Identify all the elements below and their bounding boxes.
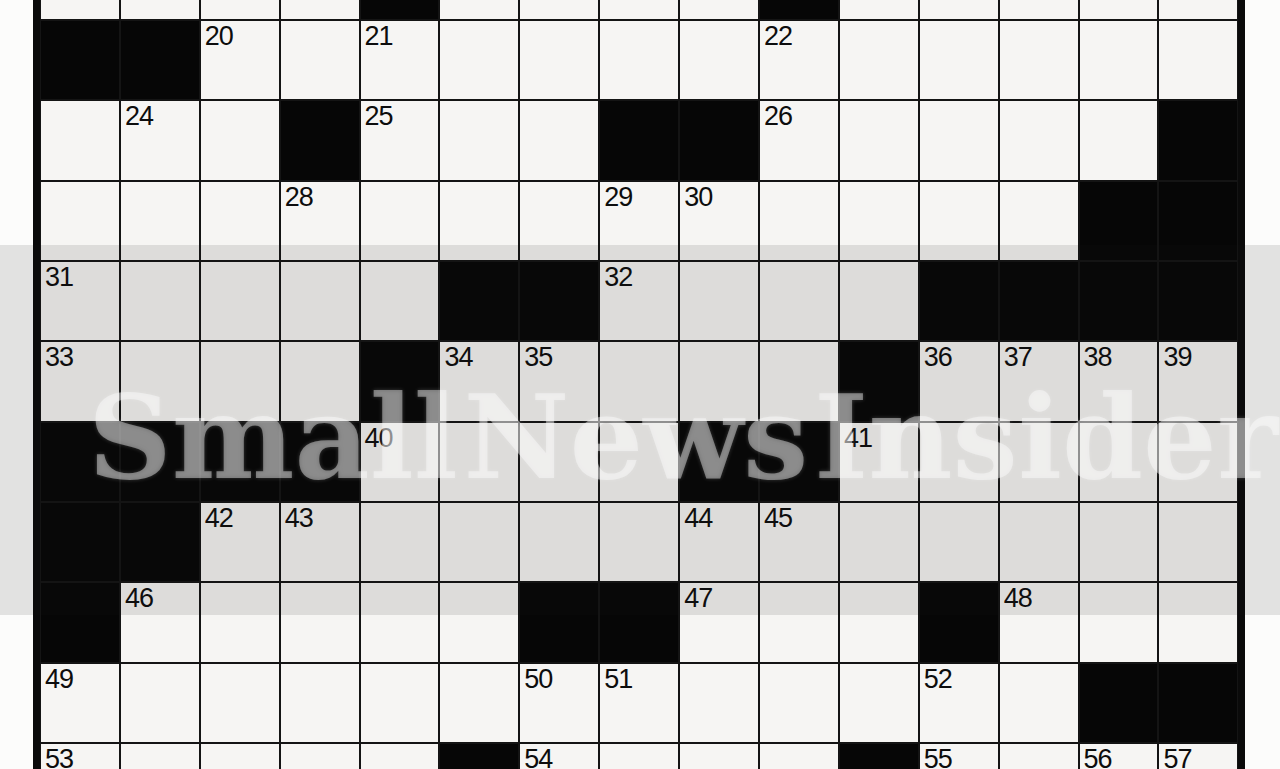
cell-r4c1[interactable] <box>120 261 200 341</box>
clue-number-45: 45 <box>764 504 792 532</box>
cell-r6c14[interactable] <box>1158 422 1238 502</box>
clue-number-54: 54 <box>524 745 552 769</box>
cell-r1c5[interactable] <box>439 20 519 100</box>
clue-number-21: 21 <box>365 22 393 50</box>
cell-r1c11[interactable] <box>919 20 999 100</box>
cell-r3c11[interactable] <box>919 181 999 261</box>
clue-number-53: 53 <box>45 745 73 769</box>
cell-r7c0-block <box>40 502 120 582</box>
cell-r1c14[interactable] <box>1158 20 1238 100</box>
cell-r10c8[interactable] <box>679 743 759 769</box>
clue-number-52: 52 <box>924 665 952 693</box>
cell-r10c1[interactable] <box>120 743 200 769</box>
cell-r0c3[interactable] <box>280 0 360 20</box>
cell-r7c3[interactable]: 43 <box>280 502 360 582</box>
cell-r9c11[interactable]: 52 <box>919 663 999 743</box>
cell-r8c4[interactable] <box>360 582 440 662</box>
clue-number-32: 32 <box>604 263 632 291</box>
clue-number-30: 30 <box>684 183 712 211</box>
clue-number-29: 29 <box>604 183 632 211</box>
cell-r9c5[interactable] <box>439 663 519 743</box>
cell-r2c14-block <box>1158 100 1238 180</box>
cell-r2c11[interactable] <box>919 100 999 180</box>
cell-r1c6[interactable] <box>519 20 599 100</box>
cell-r0c7[interactable] <box>599 0 679 20</box>
clue-number-34: 34 <box>444 343 472 371</box>
cell-r1c10[interactable] <box>839 20 919 100</box>
cell-r4c11-block <box>919 261 999 341</box>
cell-r4c9[interactable] <box>759 261 839 341</box>
cell-r10c10-block <box>839 743 919 769</box>
cell-r1c7[interactable] <box>599 20 679 100</box>
clue-number-39: 39 <box>1163 343 1191 371</box>
cell-r6c8-block <box>679 422 759 502</box>
clue-number-31: 31 <box>45 263 73 291</box>
cell-r3c9[interactable] <box>759 181 839 261</box>
cell-r4c10[interactable] <box>839 261 919 341</box>
cell-r6c1-block <box>120 422 200 502</box>
cell-r6c3-block <box>280 422 360 502</box>
clue-number-24: 24 <box>125 102 153 130</box>
cell-r0c0[interactable] <box>40 0 120 20</box>
cell-r10c6[interactable]: 54 <box>519 743 599 769</box>
cell-r0c2[interactable] <box>200 0 280 20</box>
clue-number-56: 56 <box>1084 745 1112 769</box>
cell-r5c9[interactable] <box>759 341 839 421</box>
clue-number-49: 49 <box>45 665 73 693</box>
cell-r7c8[interactable]: 44 <box>679 502 759 582</box>
cell-r3c4[interactable] <box>360 181 440 261</box>
clue-number-28: 28 <box>285 183 313 211</box>
cell-r6c13[interactable] <box>1079 422 1159 502</box>
cell-r4c3[interactable] <box>280 261 360 341</box>
cell-r7c7[interactable] <box>599 502 679 582</box>
cell-r3c13-block <box>1079 181 1159 261</box>
cell-r3c1[interactable] <box>120 181 200 261</box>
cell-r10c13[interactable]: 56 <box>1079 743 1159 769</box>
cell-r9c9[interactable] <box>759 663 839 743</box>
cell-r3c14-block <box>1158 181 1238 261</box>
cell-r7c4[interactable] <box>360 502 440 582</box>
cell-r2c10[interactable] <box>839 100 919 180</box>
cell-r8c3[interactable] <box>280 582 360 662</box>
cell-r10c9[interactable] <box>759 743 839 769</box>
clue-number-26: 26 <box>764 102 792 130</box>
cell-r3c12[interactable] <box>999 181 1079 261</box>
cell-r8c9[interactable] <box>759 582 839 662</box>
cell-r9c0[interactable]: 49 <box>40 663 120 743</box>
cell-r7c1-block <box>120 502 200 582</box>
cell-r1c12[interactable] <box>999 20 1079 100</box>
clue-number-35: 35 <box>524 343 552 371</box>
cell-r1c4[interactable]: 21 <box>360 20 440 100</box>
cell-r8c2[interactable] <box>200 582 280 662</box>
cell-r10c0[interactable]: 53 <box>40 743 120 769</box>
cell-r2c7-block <box>599 100 679 180</box>
clue-number-37: 37 <box>1004 343 1032 371</box>
cell-r10c12[interactable] <box>999 743 1079 769</box>
cell-r10c7[interactable] <box>599 743 679 769</box>
cell-r2c2[interactable] <box>200 100 280 180</box>
cell-r6c5[interactable] <box>439 422 519 502</box>
cell-r9c12[interactable] <box>999 663 1079 743</box>
clue-number-46: 46 <box>125 584 153 612</box>
cell-r8c5[interactable] <box>439 582 519 662</box>
cell-r7c13[interactable] <box>1079 502 1159 582</box>
cell-r0c11[interactable] <box>919 0 999 20</box>
cell-r6c0-block <box>40 422 120 502</box>
clue-number-38: 38 <box>1084 343 1112 371</box>
cell-r5c10-block <box>839 341 919 421</box>
cell-r2c4[interactable]: 25 <box>360 100 440 180</box>
cell-r0c13[interactable] <box>1079 0 1159 20</box>
cell-r7c11[interactable] <box>919 502 999 582</box>
cell-r10c11[interactable]: 55 <box>919 743 999 769</box>
cell-r2c9[interactable]: 26 <box>759 100 839 180</box>
clue-number-22: 22 <box>764 22 792 50</box>
clue-number-57: 57 <box>1163 745 1191 769</box>
cell-r10c14[interactable]: 57 <box>1158 743 1238 769</box>
cell-r3c5[interactable] <box>439 181 519 261</box>
cell-r4c6-block <box>519 261 599 341</box>
cell-r7c10[interactable] <box>839 502 919 582</box>
cell-r10c5-block <box>439 743 519 769</box>
clue-number-50: 50 <box>524 665 552 693</box>
cell-r3c10[interactable] <box>839 181 919 261</box>
cell-r1c2[interactable]: 20 <box>200 20 280 100</box>
cell-r7c9[interactable]: 45 <box>759 502 839 582</box>
cell-r0c8[interactable] <box>679 0 759 20</box>
cell-r9c1[interactable] <box>120 663 200 743</box>
cell-r9c8[interactable] <box>679 663 759 743</box>
cell-r4c4[interactable] <box>360 261 440 341</box>
cell-r5c5[interactable]: 34 <box>439 341 519 421</box>
cell-r9c7[interactable]: 51 <box>599 663 679 743</box>
cell-r10c3[interactable] <box>280 743 360 769</box>
cell-r8c14[interactable] <box>1158 582 1238 662</box>
cell-r5c6[interactable]: 35 <box>519 341 599 421</box>
cell-r3c3[interactable]: 28 <box>280 181 360 261</box>
cell-r8c11-block <box>919 582 999 662</box>
cell-r9c14-block <box>1158 663 1238 743</box>
cell-r5c12[interactable]: 37 <box>999 341 1079 421</box>
clue-number-51: 51 <box>604 665 632 693</box>
cell-r0c9-block <box>759 0 839 20</box>
cell-r5c13[interactable]: 38 <box>1079 341 1159 421</box>
cell-r4c8[interactable] <box>679 261 759 341</box>
cell-r2c6[interactable] <box>519 100 599 180</box>
cell-r9c4[interactable] <box>360 663 440 743</box>
cell-r4c14-block <box>1158 261 1238 341</box>
clue-number-47: 47 <box>684 584 712 612</box>
clue-number-20: 20 <box>205 22 233 50</box>
cell-r8c12[interactable]: 48 <box>999 582 1079 662</box>
cell-r1c0-block <box>40 20 120 100</box>
cell-r4c7[interactable]: 32 <box>599 261 679 341</box>
cell-r9c6[interactable]: 50 <box>519 663 599 743</box>
cell-r8c1[interactable]: 46 <box>120 582 200 662</box>
cell-r0c10[interactable] <box>839 0 919 20</box>
cell-r9c13-block <box>1079 663 1159 743</box>
cell-r4c13-block <box>1079 261 1159 341</box>
cell-r10c4[interactable] <box>360 743 440 769</box>
cell-r2c3-block <box>280 100 360 180</box>
cell-r2c1[interactable]: 24 <box>120 100 200 180</box>
cell-r0c4-block <box>360 0 440 20</box>
cell-r4c0[interactable]: 31 <box>40 261 120 341</box>
cell-r7c2[interactable]: 42 <box>200 502 280 582</box>
cell-r5c11[interactable]: 36 <box>919 341 999 421</box>
cell-r10c2[interactable] <box>200 743 280 769</box>
cell-r6c2-block <box>200 422 280 502</box>
cell-r0c1[interactable] <box>120 0 200 20</box>
clue-number-48: 48 <box>1004 584 1032 612</box>
clue-number-33: 33 <box>45 343 73 371</box>
cell-r5c1[interactable] <box>120 341 200 421</box>
cell-r6c12[interactable] <box>999 422 1079 502</box>
cell-r4c12-block <box>999 261 1079 341</box>
cell-r1c3[interactable] <box>280 20 360 100</box>
cell-r6c9-block <box>759 422 839 502</box>
cell-r7c5[interactable] <box>439 502 519 582</box>
cell-r3c0[interactable] <box>40 181 120 261</box>
clue-number-25: 25 <box>365 102 393 130</box>
cell-r5c0[interactable]: 33 <box>40 341 120 421</box>
clue-number-41: 41 <box>844 424 872 452</box>
cell-r8c8[interactable]: 47 <box>679 582 759 662</box>
cell-r0c5[interactable] <box>439 0 519 20</box>
cell-r0c6[interactable] <box>519 0 599 20</box>
cell-r3c8[interactable]: 30 <box>679 181 759 261</box>
cell-r8c6-block <box>519 582 599 662</box>
cell-r1c13[interactable] <box>1079 20 1159 100</box>
clue-number-43: 43 <box>285 504 313 532</box>
cell-r7c6[interactable] <box>519 502 599 582</box>
cell-r7c12[interactable] <box>999 502 1079 582</box>
cell-r9c3[interactable] <box>280 663 360 743</box>
cell-r2c5[interactable] <box>439 100 519 180</box>
cell-r6c6[interactable] <box>519 422 599 502</box>
cell-r5c7[interactable] <box>599 341 679 421</box>
cell-r8c0-block <box>40 582 120 662</box>
cell-r9c10[interactable] <box>839 663 919 743</box>
cell-r1c1-block <box>120 20 200 100</box>
scanned-crossword-page: 2021222425262829303132333435363738394041… <box>0 0 1280 769</box>
cell-r2c12[interactable] <box>999 100 1079 180</box>
cell-r6c10[interactable]: 41 <box>839 422 919 502</box>
crossword-board: 2021222425262829303132333435363738394041… <box>33 0 1245 769</box>
cell-r0c14[interactable] <box>1158 0 1238 20</box>
clue-number-44: 44 <box>684 504 712 532</box>
cell-r5c8[interactable] <box>679 341 759 421</box>
cell-r9c2[interactable] <box>200 663 280 743</box>
cell-r4c5-block <box>439 261 519 341</box>
clue-number-40: 40 <box>365 424 393 452</box>
cell-r8c13[interactable] <box>1079 582 1159 662</box>
cell-r3c7[interactable]: 29 <box>599 181 679 261</box>
cell-r4c2[interactable] <box>200 261 280 341</box>
clue-number-42: 42 <box>205 504 233 532</box>
cell-r8c7-block <box>599 582 679 662</box>
cell-r1c8[interactable] <box>679 20 759 100</box>
cell-r3c6[interactable] <box>519 181 599 261</box>
cell-r2c0[interactable] <box>40 100 120 180</box>
cell-r8c10[interactable] <box>839 582 919 662</box>
cell-r3c2[interactable] <box>200 181 280 261</box>
cell-r2c13[interactable] <box>1079 100 1159 180</box>
cell-r6c4[interactable]: 40 <box>360 422 440 502</box>
cell-r5c4-block <box>360 341 440 421</box>
cell-r0c12[interactable] <box>999 0 1079 20</box>
cell-r7c14[interactable] <box>1158 502 1238 582</box>
clue-number-36: 36 <box>924 343 952 371</box>
cell-r2c8-block <box>679 100 759 180</box>
cell-r5c2[interactable] <box>200 341 280 421</box>
cell-r5c14[interactable]: 39 <box>1158 341 1238 421</box>
clue-number-55: 55 <box>924 745 952 769</box>
cell-r6c11[interactable] <box>919 422 999 502</box>
cell-r1c9[interactable]: 22 <box>759 20 839 100</box>
cell-r6c7[interactable] <box>599 422 679 502</box>
cell-r5c3[interactable] <box>280 341 360 421</box>
